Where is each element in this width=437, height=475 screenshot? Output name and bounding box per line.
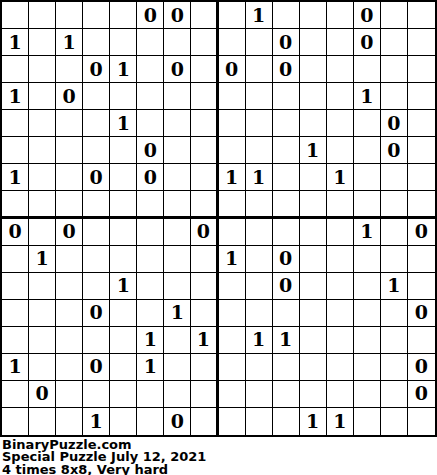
cell-r10c15-empty[interactable] xyxy=(381,246,408,273)
cell-r14c5-empty[interactable] xyxy=(110,354,137,381)
cell-r12c15-empty[interactable] xyxy=(381,300,408,327)
cell-r3c10-empty[interactable] xyxy=(246,56,273,83)
cell-r6c2-empty[interactable] xyxy=(29,137,56,164)
cell-r13c9-empty[interactable] xyxy=(219,327,246,354)
cell-r15c3-empty[interactable] xyxy=(56,381,83,408)
cell-r9c16-given-0: 0 xyxy=(408,219,435,246)
cell-r12c13-empty[interactable] xyxy=(327,300,354,327)
cell-r8c16-empty[interactable] xyxy=(408,191,435,218)
cell-r9c15-empty[interactable] xyxy=(381,219,408,246)
cell-r12c4-given-0: 0 xyxy=(83,300,110,327)
cell-r13c4-empty[interactable] xyxy=(83,327,110,354)
cell-r8c6-empty[interactable] xyxy=(137,191,164,218)
cell-r5c14-empty[interactable] xyxy=(354,110,381,137)
cell-r1c7-given-0: 0 xyxy=(164,2,191,29)
cell-r4c5-empty[interactable] xyxy=(110,83,137,110)
cell-r9c1-given-0: 0 xyxy=(2,219,29,246)
cell-r15c16-given-0: 0 xyxy=(408,381,435,408)
cell-r1c6-given-0: 0 xyxy=(137,2,164,29)
cell-r14c6-given-1: 1 xyxy=(137,354,164,381)
cell-r3c2-empty[interactable] xyxy=(29,56,56,83)
cell-r11c13-empty[interactable] xyxy=(327,273,354,300)
cell-r16c6-empty[interactable] xyxy=(137,408,164,435)
cell-r7c1-given-1: 1 xyxy=(2,164,29,191)
cell-r5c2-empty[interactable] xyxy=(29,110,56,137)
cell-r1c15-empty[interactable] xyxy=(381,2,408,29)
cell-r1c5-empty[interactable] xyxy=(110,2,137,29)
cell-r5c5-given-1: 1 xyxy=(110,110,137,137)
cell-r16c7-given-0: 0 xyxy=(164,408,191,435)
cell-r4c11-empty[interactable] xyxy=(273,83,300,110)
cell-r11c16-empty[interactable] xyxy=(408,273,435,300)
cell-r3c1-empty[interactable] xyxy=(2,56,29,83)
cell-r7c6-given-0: 0 xyxy=(137,164,164,191)
cell-r8c7-empty[interactable] xyxy=(164,191,191,218)
cell-r13c8-given-1: 1 xyxy=(191,327,218,354)
cell-r15c15-empty[interactable] xyxy=(381,381,408,408)
cell-r2c7-empty[interactable] xyxy=(164,29,191,56)
cell-r9c9-empty[interactable] xyxy=(219,219,246,246)
cell-r3c16-empty[interactable] xyxy=(408,56,435,83)
cell-r6c12-given-1: 1 xyxy=(300,137,327,164)
cell-r4c8-empty[interactable] xyxy=(191,83,218,110)
cell-r7c2-empty[interactable] xyxy=(29,164,56,191)
cell-r12c7-given-1: 1 xyxy=(164,300,191,327)
cell-r16c3-empty[interactable] xyxy=(56,408,83,435)
cell-r14c15-empty[interactable] xyxy=(381,354,408,381)
cell-r2c5-empty[interactable] xyxy=(110,29,137,56)
cell-r11c4-empty[interactable] xyxy=(83,273,110,300)
cell-r14c8-empty[interactable] xyxy=(191,354,218,381)
cell-r4c6-empty[interactable] xyxy=(137,83,164,110)
cell-r15c11-empty[interactable] xyxy=(273,381,300,408)
cell-r8c3-empty[interactable] xyxy=(56,191,83,218)
cell-r5c13-empty[interactable] xyxy=(327,110,354,137)
cell-r15c12-empty[interactable] xyxy=(300,381,327,408)
puzzle-details: 4 times 8x8, Very hard xyxy=(2,464,437,475)
cell-r4c10-empty[interactable] xyxy=(246,83,273,110)
cell-r13c6-given-1: 1 xyxy=(137,327,164,354)
cell-r9c2-empty[interactable] xyxy=(29,219,56,246)
cell-r2c12-empty[interactable] xyxy=(300,29,327,56)
cell-r9c8-given-0: 0 xyxy=(191,219,218,246)
cell-r7c7-empty[interactable] xyxy=(164,164,191,191)
cell-r14c11-empty[interactable] xyxy=(273,354,300,381)
cell-r9c5-empty[interactable] xyxy=(110,219,137,246)
cell-r2c1-given-1: 1 xyxy=(2,29,29,56)
binary-puzzle-board: 0010110001000101100101001110001011010101… xyxy=(0,0,437,437)
cell-r15c13-empty[interactable] xyxy=(327,381,354,408)
cell-r12c10-empty[interactable] xyxy=(246,300,273,327)
cell-r14c7-empty[interactable] xyxy=(164,354,191,381)
cell-r8c8-empty[interactable] xyxy=(191,191,218,218)
cell-r3c12-empty[interactable] xyxy=(300,56,327,83)
cell-r14c1-given-1: 1 xyxy=(2,354,29,381)
cell-r13c16-empty[interactable] xyxy=(408,327,435,354)
cell-r7c4-given-0: 0 xyxy=(83,164,110,191)
cell-r5c12-empty[interactable] xyxy=(300,110,327,137)
cell-r4c1-given-1: 1 xyxy=(2,83,29,110)
cell-r1c4-empty[interactable] xyxy=(83,2,110,29)
cell-r16c8-empty[interactable] xyxy=(191,408,218,435)
cell-r3c11-given-0: 0 xyxy=(273,56,300,83)
cell-r11c15-given-1: 1 xyxy=(381,273,408,300)
cell-r12c1-empty[interactable] xyxy=(2,300,29,327)
cell-r9c6-empty[interactable] xyxy=(137,219,164,246)
cell-r4c15-empty[interactable] xyxy=(381,83,408,110)
cell-r12c11-empty[interactable] xyxy=(273,300,300,327)
cell-r14c12-empty[interactable] xyxy=(300,354,327,381)
cell-r11c10-empty[interactable] xyxy=(246,273,273,300)
cell-r10c16-empty[interactable] xyxy=(408,246,435,273)
cell-r14c9-empty[interactable] xyxy=(219,354,246,381)
cell-r9c10-empty[interactable] xyxy=(246,219,273,246)
cell-r3c15-empty[interactable] xyxy=(381,56,408,83)
cell-r5c4-empty[interactable] xyxy=(83,110,110,137)
cell-r2c2-empty[interactable] xyxy=(29,29,56,56)
cell-r15c14-empty[interactable] xyxy=(354,381,381,408)
cell-r6c16-empty[interactable] xyxy=(408,137,435,164)
cell-r14c2-empty[interactable] xyxy=(29,354,56,381)
cell-r12c6-empty[interactable] xyxy=(137,300,164,327)
cell-r13c15-empty[interactable] xyxy=(381,327,408,354)
cell-r10c13-empty[interactable] xyxy=(327,246,354,273)
cell-r7c13-given-1: 1 xyxy=(327,164,354,191)
cell-r8c10-empty[interactable] xyxy=(246,191,273,218)
cell-r11c6-empty[interactable] xyxy=(137,273,164,300)
cell-r15c8-empty[interactable] xyxy=(191,381,218,408)
cell-r16c2-empty[interactable] xyxy=(29,408,56,435)
cell-r15c2-given-0: 0 xyxy=(29,381,56,408)
cell-r3c5-given-1: 1 xyxy=(110,56,137,83)
cell-r5c15-given-0: 0 xyxy=(381,110,408,137)
cell-r15c7-empty[interactable] xyxy=(164,381,191,408)
cell-r3c7-given-0: 0 xyxy=(164,56,191,83)
cell-r6c4-empty[interactable] xyxy=(83,137,110,164)
cell-r13c10-given-1: 1 xyxy=(246,327,273,354)
cell-r4c16-empty[interactable] xyxy=(408,83,435,110)
cell-r11c9-empty[interactable] xyxy=(219,273,246,300)
cell-r3c14-empty[interactable] xyxy=(354,56,381,83)
cell-r14c3-empty[interactable] xyxy=(56,354,83,381)
cell-r5c16-empty[interactable] xyxy=(408,110,435,137)
cell-r11c7-empty[interactable] xyxy=(164,273,191,300)
cell-r6c10-empty[interactable] xyxy=(246,137,273,164)
cell-r5c7-empty[interactable] xyxy=(164,110,191,137)
cell-r6c5-empty[interactable] xyxy=(110,137,137,164)
cell-r6c14-empty[interactable] xyxy=(354,137,381,164)
cell-r5c9-empty[interactable] xyxy=(219,110,246,137)
cell-r3c4-given-0: 0 xyxy=(83,56,110,83)
cell-r16c11-empty[interactable] xyxy=(273,408,300,435)
cell-r6c1-empty[interactable] xyxy=(2,137,29,164)
cell-r10c5-empty[interactable] xyxy=(110,246,137,273)
cell-r7c15-empty[interactable] xyxy=(381,164,408,191)
cell-r4c14-given-1: 1 xyxy=(354,83,381,110)
cell-r15c6-empty[interactable] xyxy=(137,381,164,408)
cell-r14c13-empty[interactable] xyxy=(327,354,354,381)
cell-r1c11-empty[interactable] xyxy=(273,2,300,29)
cell-r2c8-empty[interactable] xyxy=(191,29,218,56)
cell-r16c15-empty[interactable] xyxy=(381,408,408,435)
cell-r7c5-empty[interactable] xyxy=(110,164,137,191)
cell-r11c8-empty[interactable] xyxy=(191,273,218,300)
cell-r3c3-empty[interactable] xyxy=(56,56,83,83)
cell-r12c16-given-0: 0 xyxy=(408,300,435,327)
cell-r13c12-empty[interactable] xyxy=(300,327,327,354)
cell-r1c9-empty[interactable] xyxy=(219,2,246,29)
cell-r10c10-empty[interactable] xyxy=(246,246,273,273)
cell-r2c13-empty[interactable] xyxy=(327,29,354,56)
cell-r4c12-empty[interactable] xyxy=(300,83,327,110)
cell-r8c2-empty[interactable] xyxy=(29,191,56,218)
cell-r7c3-empty[interactable] xyxy=(56,164,83,191)
caption: BinaryPuzzle.com Special Puzzle July 12,… xyxy=(0,437,437,475)
puzzle-page: 0010110001000101100101001110001011010101… xyxy=(0,0,437,475)
cell-r5c6-empty[interactable] xyxy=(137,110,164,137)
cell-r7c16-empty[interactable] xyxy=(408,164,435,191)
cell-r5c3-empty[interactable] xyxy=(56,110,83,137)
cell-r10c9-given-1: 1 xyxy=(219,246,246,273)
cell-r2c10-empty[interactable] xyxy=(246,29,273,56)
cell-r1c16-empty[interactable] xyxy=(408,2,435,29)
cell-r3c8-empty[interactable] xyxy=(191,56,218,83)
cell-r10c11-given-0: 0 xyxy=(273,246,300,273)
cell-r2c11-given-0: 0 xyxy=(273,29,300,56)
cell-r2c9-empty[interactable] xyxy=(219,29,246,56)
cell-r6c8-empty[interactable] xyxy=(191,137,218,164)
cell-r15c4-empty[interactable] xyxy=(83,381,110,408)
cell-r16c12-given-1: 1 xyxy=(300,408,327,435)
cell-r9c11-empty[interactable] xyxy=(273,219,300,246)
cell-r16c14-empty[interactable] xyxy=(354,408,381,435)
cell-r6c15-given-0: 0 xyxy=(381,137,408,164)
cell-r13c2-empty[interactable] xyxy=(29,327,56,354)
cell-r14c16-given-0: 0 xyxy=(408,354,435,381)
cell-r2c15-empty[interactable] xyxy=(381,29,408,56)
cell-r9c14-given-1: 1 xyxy=(354,219,381,246)
cell-r11c2-empty[interactable] xyxy=(29,273,56,300)
cell-r6c7-empty[interactable] xyxy=(164,137,191,164)
cell-r10c12-empty[interactable] xyxy=(300,246,327,273)
cell-r1c12-empty[interactable] xyxy=(300,2,327,29)
cell-r5c8-empty[interactable] xyxy=(191,110,218,137)
cell-r6c13-empty[interactable] xyxy=(327,137,354,164)
cell-r16c13-given-1: 1 xyxy=(327,408,354,435)
cell-r10c2-given-1: 1 xyxy=(29,246,56,273)
cell-r12c14-empty[interactable] xyxy=(354,300,381,327)
cell-r1c1-empty[interactable] xyxy=(2,2,29,29)
cell-r7c8-empty[interactable] xyxy=(191,164,218,191)
cell-r13c1-empty[interactable] xyxy=(2,327,29,354)
cell-r12c5-empty[interactable] xyxy=(110,300,137,327)
cell-r7c10-given-1: 1 xyxy=(246,164,273,191)
cell-r8c5-empty[interactable] xyxy=(110,191,137,218)
cell-r11c3-empty[interactable] xyxy=(56,273,83,300)
cell-r16c10-empty[interactable] xyxy=(246,408,273,435)
cell-r8c11-empty[interactable] xyxy=(273,191,300,218)
cell-r13c13-empty[interactable] xyxy=(327,327,354,354)
cell-r6c3-empty[interactable] xyxy=(56,137,83,164)
cell-r8c15-empty[interactable] xyxy=(381,191,408,218)
cell-r11c12-empty[interactable] xyxy=(300,273,327,300)
cell-r9c3-given-0: 0 xyxy=(56,219,83,246)
cell-r12c12-empty[interactable] xyxy=(300,300,327,327)
cell-r10c4-empty[interactable] xyxy=(83,246,110,273)
cell-r5c10-empty[interactable] xyxy=(246,110,273,137)
cell-r2c14-given-0: 0 xyxy=(354,29,381,56)
cell-r1c10-given-1: 1 xyxy=(246,2,273,29)
cell-r16c1-empty[interactable] xyxy=(2,408,29,435)
cell-r7c11-empty[interactable] xyxy=(273,164,300,191)
cell-r13c14-empty[interactable] xyxy=(354,327,381,354)
cell-r11c5-given-1: 1 xyxy=(110,273,137,300)
cell-r6c6-given-0: 0 xyxy=(137,137,164,164)
cell-r8c13-empty[interactable] xyxy=(327,191,354,218)
cell-r10c6-empty[interactable] xyxy=(137,246,164,273)
cell-r6c11-empty[interactable] xyxy=(273,137,300,164)
cell-r11c14-empty[interactable] xyxy=(354,273,381,300)
cell-r16c5-empty[interactable] xyxy=(110,408,137,435)
cell-r10c7-empty[interactable] xyxy=(164,246,191,273)
cell-r4c9-empty[interactable] xyxy=(219,83,246,110)
cell-r1c2-empty[interactable] xyxy=(29,2,56,29)
cell-r16c4-given-1: 1 xyxy=(83,408,110,435)
cell-r13c7-empty[interactable] xyxy=(164,327,191,354)
cell-r8c1-empty[interactable] xyxy=(2,191,29,218)
cell-r15c1-empty[interactable] xyxy=(2,381,29,408)
cell-r15c10-empty[interactable] xyxy=(246,381,273,408)
cell-r7c9-given-1: 1 xyxy=(219,164,246,191)
cell-r10c14-empty[interactable] xyxy=(354,246,381,273)
cell-r8c4-empty[interactable] xyxy=(83,191,110,218)
cell-r11c1-empty[interactable] xyxy=(2,273,29,300)
cell-r12c2-empty[interactable] xyxy=(29,300,56,327)
cell-r11c11-given-0: 0 xyxy=(273,273,300,300)
cell-r2c6-empty[interactable] xyxy=(137,29,164,56)
cell-r1c3-empty[interactable] xyxy=(56,2,83,29)
cell-r4c3-given-0: 0 xyxy=(56,83,83,110)
cell-r15c9-empty[interactable] xyxy=(219,381,246,408)
cell-r9c4-empty[interactable] xyxy=(83,219,110,246)
cell-r4c7-empty[interactable] xyxy=(164,83,191,110)
cell-r7c14-empty[interactable] xyxy=(354,164,381,191)
cell-r9c12-empty[interactable] xyxy=(300,219,327,246)
cell-r5c11-empty[interactable] xyxy=(273,110,300,137)
cell-r13c11-given-1: 1 xyxy=(273,327,300,354)
cell-r2c16-empty[interactable] xyxy=(408,29,435,56)
cell-r15c5-empty[interactable] xyxy=(110,381,137,408)
cell-r8c9-empty[interactable] xyxy=(219,191,246,218)
cell-r13c3-empty[interactable] xyxy=(56,327,83,354)
cell-r2c4-empty[interactable] xyxy=(83,29,110,56)
cell-r10c1-empty[interactable] xyxy=(2,246,29,273)
cell-r14c4-given-0: 0 xyxy=(83,354,110,381)
cell-r14c14-empty[interactable] xyxy=(354,354,381,381)
cell-r16c16-empty[interactable] xyxy=(408,408,435,435)
cell-r1c14-given-0: 0 xyxy=(354,2,381,29)
cell-r9c7-empty[interactable] xyxy=(164,219,191,246)
cell-r1c13-empty[interactable] xyxy=(327,2,354,29)
cell-r8c12-empty[interactable] xyxy=(300,191,327,218)
cell-r10c8-empty[interactable] xyxy=(191,246,218,273)
cell-r12c8-empty[interactable] xyxy=(191,300,218,327)
cell-r8c14-empty[interactable] xyxy=(354,191,381,218)
cell-r13c5-empty[interactable] xyxy=(110,327,137,354)
cell-r3c6-empty[interactable] xyxy=(137,56,164,83)
cell-r12c3-empty[interactable] xyxy=(56,300,83,327)
cell-r14c10-empty[interactable] xyxy=(246,354,273,381)
cell-r3c9-given-0: 0 xyxy=(219,56,246,83)
cell-r4c4-empty[interactable] xyxy=(83,83,110,110)
cell-r3c13-empty[interactable] xyxy=(327,56,354,83)
cell-r5c1-empty[interactable] xyxy=(2,110,29,137)
cell-r16c9-empty[interactable] xyxy=(219,408,246,435)
cell-r2c3-given-1: 1 xyxy=(56,29,83,56)
cell-r12c9-empty[interactable] xyxy=(219,300,246,327)
cell-r1c8-empty[interactable] xyxy=(191,2,218,29)
cell-r9c13-empty[interactable] xyxy=(327,219,354,246)
cell-r6c9-empty[interactable] xyxy=(219,137,246,164)
cell-r4c2-empty[interactable] xyxy=(29,83,56,110)
cell-r7c12-empty[interactable] xyxy=(300,164,327,191)
cell-r4c13-empty[interactable] xyxy=(327,83,354,110)
cell-r10c3-empty[interactable] xyxy=(56,246,83,273)
